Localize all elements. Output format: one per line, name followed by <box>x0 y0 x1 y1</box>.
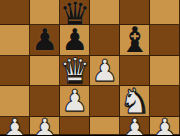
white-pawn-piece: ♟ <box>92 57 119 85</box>
square-r2-c3-light[interactable]: ♟ <box>90 56 120 87</box>
square-r4-c0-dark[interactable]: ♟ <box>0 117 30 136</box>
white-pawn-piece: ♟ <box>32 115 59 136</box>
square-r4-c4-dark[interactable]: ♟ <box>120 117 150 136</box>
square-r0-c1-light[interactable] <box>30 0 60 25</box>
white-queen-piece: ♛ <box>59 56 90 86</box>
square-r4-c1-light[interactable]: ♟ <box>30 117 60 136</box>
square-r1-c4-light[interactable]: ♝ <box>120 25 150 56</box>
chess-board: ♛♟♟♝♛♟♟♞♟♟♟♟ <box>0 0 180 135</box>
square-r1-c3-dark[interactable] <box>90 25 120 56</box>
square-r4-c5-light[interactable]: ♟ <box>150 117 180 136</box>
white-pawn-piece: ♟ <box>62 87 89 115</box>
square-r4-c2-dark[interactable] <box>60 117 90 136</box>
white-pawn-piece: ♟ <box>152 115 179 136</box>
square-r0-c5-light[interactable] <box>150 0 180 25</box>
white-pawn-piece: ♟ <box>122 115 149 136</box>
square-r0-c2-dark[interactable]: ♛ <box>60 0 90 25</box>
square-r3-c3-dark[interactable] <box>90 86 120 117</box>
white-pawn-piece: ♟ <box>2 115 29 136</box>
square-r2-c1-light[interactable] <box>30 56 60 87</box>
black-pawn-piece: ♟ <box>32 26 59 54</box>
square-r2-c5-light[interactable] <box>150 56 180 87</box>
square-r2-c2-dark[interactable]: ♛ <box>60 56 90 87</box>
square-r1-c0-light[interactable] <box>0 25 30 56</box>
square-r1-c1-dark[interactable]: ♟ <box>30 25 60 56</box>
square-r4-c3-light[interactable] <box>90 117 120 136</box>
square-r1-c5-dark[interactable] <box>150 25 180 56</box>
black-bishop-piece: ♝ <box>119 25 150 55</box>
square-r0-c0-dark[interactable] <box>0 0 30 25</box>
square-r3-c2-light[interactable]: ♟ <box>60 86 90 117</box>
square-r0-c3-light[interactable] <box>90 0 120 25</box>
square-r2-c0-dark[interactable] <box>0 56 30 87</box>
